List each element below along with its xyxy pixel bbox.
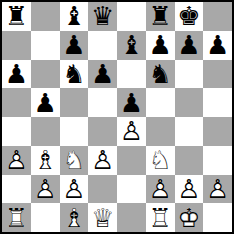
square-a4[interactable] xyxy=(2,117,31,146)
piece-white-pawn-outline: ♙ xyxy=(117,117,146,146)
piece-black-pawn: ♟ xyxy=(175,31,204,60)
square-e6[interactable] xyxy=(117,60,146,89)
square-e4[interactable]: ♟♙ xyxy=(117,117,146,146)
square-b8[interactable] xyxy=(31,2,60,31)
piece-black-pawn: ♟ xyxy=(203,31,232,60)
piece-white-pawn-outline: ♙ xyxy=(175,175,204,204)
square-c8[interactable]: ♝ xyxy=(60,2,89,31)
square-d5[interactable] xyxy=(88,88,117,117)
square-h1[interactable] xyxy=(203,203,232,232)
piece-white-knight-outline: ♘ xyxy=(146,146,175,175)
square-e7[interactable]: ♝ xyxy=(117,31,146,60)
piece-white-pawn-outline: ♙ xyxy=(88,146,117,175)
square-h8[interactable] xyxy=(203,2,232,31)
square-h3[interactable] xyxy=(203,146,232,175)
piece-black-pawn: ♟ xyxy=(146,31,175,60)
square-e8[interactable] xyxy=(117,2,146,31)
square-a1[interactable]: ♜♖ xyxy=(2,203,31,232)
square-e2[interactable] xyxy=(117,175,146,204)
square-a6[interactable]: ♟ xyxy=(2,60,31,89)
piece-black-queen: ♛ xyxy=(88,2,117,31)
piece-black-rook: ♜ xyxy=(2,2,31,31)
square-c5[interactable] xyxy=(60,88,89,117)
square-c3[interactable]: ♞♘ xyxy=(60,146,89,175)
piece-black-pawn: ♟ xyxy=(60,31,89,60)
square-f3[interactable]: ♞♘ xyxy=(146,146,175,175)
square-g3[interactable] xyxy=(175,146,204,175)
piece-white-bishop-outline: ♗ xyxy=(60,203,89,232)
square-a2[interactable] xyxy=(2,175,31,204)
piece-black-king: ♚ xyxy=(175,2,204,31)
square-f2[interactable]: ♟♙ xyxy=(146,175,175,204)
square-g5[interactable] xyxy=(175,88,204,117)
square-g2[interactable]: ♟♙ xyxy=(175,175,204,204)
piece-white-rook-outline: ♖ xyxy=(2,203,31,232)
piece-white-pawn-outline: ♙ xyxy=(2,146,31,175)
piece-black-knight: ♞ xyxy=(146,60,175,89)
square-g4[interactable] xyxy=(175,117,204,146)
square-h5[interactable] xyxy=(203,88,232,117)
piece-white-king-outline: ♔ xyxy=(175,203,204,232)
square-b7[interactable] xyxy=(31,31,60,60)
square-d1[interactable]: ♛♕ xyxy=(88,203,117,232)
square-c6[interactable]: ♞ xyxy=(60,60,89,89)
square-h2[interactable]: ♟♙ xyxy=(203,175,232,204)
square-f4[interactable] xyxy=(146,117,175,146)
square-g8[interactable]: ♚ xyxy=(175,2,204,31)
square-e3[interactable] xyxy=(117,146,146,175)
piece-white-queen-outline: ♕ xyxy=(88,203,117,232)
square-b6[interactable] xyxy=(31,60,60,89)
square-f5[interactable] xyxy=(146,88,175,117)
square-h4[interactable] xyxy=(203,117,232,146)
square-f7[interactable]: ♟ xyxy=(146,31,175,60)
square-c2[interactable]: ♟♙ xyxy=(60,175,89,204)
square-d3[interactable]: ♟♙ xyxy=(88,146,117,175)
square-e5[interactable]: ♟ xyxy=(117,88,146,117)
square-d8[interactable]: ♛ xyxy=(88,2,117,31)
piece-black-bishop: ♝ xyxy=(117,31,146,60)
piece-white-bishop-outline: ♗ xyxy=(31,146,60,175)
square-e1[interactable] xyxy=(117,203,146,232)
square-a3[interactable]: ♟♙ xyxy=(2,146,31,175)
square-d2[interactable] xyxy=(88,175,117,204)
piece-black-knight: ♞ xyxy=(60,60,89,89)
square-b5[interactable]: ♟ xyxy=(31,88,60,117)
square-g1[interactable]: ♚♔ xyxy=(175,203,204,232)
piece-white-rook-outline: ♖ xyxy=(146,203,175,232)
square-a8[interactable]: ♜ xyxy=(2,2,31,31)
piece-black-pawn: ♟ xyxy=(31,88,60,117)
square-b1[interactable] xyxy=(31,203,60,232)
square-h7[interactable]: ♟ xyxy=(203,31,232,60)
square-f8[interactable]: ♜ xyxy=(146,2,175,31)
piece-black-pawn: ♟ xyxy=(117,88,146,117)
chess-board: ♜♝♛♜♚♟♝♟♟♟♟♞♟♞♟♟♟♙♟♙♝♗♞♘♟♙♞♘♟♙♟♙♟♙♟♙♟♙♜♖… xyxy=(0,0,234,234)
square-d4[interactable] xyxy=(88,117,117,146)
piece-white-pawn-outline: ♙ xyxy=(60,175,89,204)
square-a5[interactable] xyxy=(2,88,31,117)
piece-black-pawn: ♟ xyxy=(88,60,117,89)
piece-white-knight-outline: ♘ xyxy=(60,146,89,175)
square-f1[interactable]: ♜♖ xyxy=(146,203,175,232)
square-c7[interactable]: ♟ xyxy=(60,31,89,60)
square-d7[interactable] xyxy=(88,31,117,60)
piece-black-pawn: ♟ xyxy=(2,60,31,89)
piece-white-pawn-outline: ♙ xyxy=(146,175,175,204)
square-c1[interactable]: ♝♗ xyxy=(60,203,89,232)
square-c4[interactable] xyxy=(60,117,89,146)
square-b3[interactable]: ♝♗ xyxy=(31,146,60,175)
piece-black-rook: ♜ xyxy=(146,2,175,31)
square-f6[interactable]: ♞ xyxy=(146,60,175,89)
piece-white-pawn-outline: ♙ xyxy=(203,175,232,204)
square-g7[interactable]: ♟ xyxy=(175,31,204,60)
piece-white-pawn-outline: ♙ xyxy=(31,175,60,204)
square-a7[interactable] xyxy=(2,31,31,60)
square-g6[interactable] xyxy=(175,60,204,89)
square-d6[interactable]: ♟ xyxy=(88,60,117,89)
square-b2[interactable]: ♟♙ xyxy=(31,175,60,204)
square-h6[interactable] xyxy=(203,60,232,89)
piece-black-bishop: ♝ xyxy=(60,2,89,31)
square-b4[interactable] xyxy=(31,117,60,146)
